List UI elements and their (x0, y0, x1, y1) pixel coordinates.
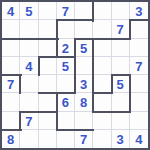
jigsaw-sudoku-board: 45737254577356878734 (0, 0, 150, 150)
cell-r2c5[interactable] (75, 20, 93, 38)
cell-r7c2[interactable]: 7 (20, 112, 38, 130)
cell-r1c4[interactable]: 7 (57, 2, 75, 20)
cell-r5c2[interactable] (20, 75, 38, 93)
cell-r6c7[interactable] (112, 93, 130, 111)
cell-r8c4[interactable] (57, 130, 75, 148)
cell-r6c3[interactable] (39, 93, 57, 111)
cell-r7c4[interactable] (57, 112, 75, 130)
cell-r4c5[interactable] (75, 57, 93, 75)
cell-r3c2[interactable] (20, 39, 38, 57)
given-digit-r4c2: 4 (25, 59, 32, 72)
cell-r5c1[interactable]: 7 (2, 75, 20, 93)
cell-r4c7[interactable] (112, 57, 130, 75)
cell-r3c4[interactable]: 2 (57, 39, 75, 57)
cell-r6c4[interactable]: 6 (57, 93, 75, 111)
cell-r1c3[interactable] (39, 2, 57, 20)
cell-r2c8[interactable] (130, 20, 148, 38)
cell-r4c6[interactable] (93, 57, 111, 75)
cell-r4c4[interactable]: 5 (57, 57, 75, 75)
cell-r6c6[interactable] (93, 93, 111, 111)
given-digit-r6c4: 6 (62, 96, 69, 109)
given-digit-r1c8: 3 (135, 5, 142, 18)
given-digit-r7c2: 7 (25, 114, 32, 127)
given-digit-r1c4: 7 (62, 5, 69, 18)
cell-r7c7[interactable] (112, 112, 130, 130)
cell-r4c3[interactable] (39, 57, 57, 75)
cell-r6c5[interactable]: 8 (75, 93, 93, 111)
cell-r2c6[interactable] (93, 20, 111, 38)
cell-r1c2[interactable]: 5 (20, 2, 38, 20)
cell-r3c6[interactable] (93, 39, 111, 57)
cell-r7c3[interactable] (39, 112, 57, 130)
cell-r8c3[interactable] (39, 130, 57, 148)
given-digit-r1c1: 4 (7, 5, 14, 18)
cell-r8c7[interactable]: 3 (112, 130, 130, 148)
cell-r7c5[interactable] (75, 112, 93, 130)
cell-r5c5[interactable]: 3 (75, 75, 93, 93)
cell-r3c5[interactable]: 5 (75, 39, 93, 57)
given-digit-r8c5: 7 (80, 133, 87, 146)
given-digit-r8c7: 3 (117, 133, 124, 146)
cell-r4c2[interactable]: 4 (20, 57, 38, 75)
cell-r1c1[interactable]: 4 (2, 2, 20, 20)
cell-r4c1[interactable] (2, 57, 20, 75)
cell-r1c8[interactable]: 3 (130, 2, 148, 20)
cell-r5c3[interactable] (39, 75, 57, 93)
cell-r3c1[interactable] (2, 39, 20, 57)
cell-r7c1[interactable] (2, 112, 20, 130)
cell-r2c1[interactable] (2, 20, 20, 38)
given-digit-r4c4: 5 (62, 59, 69, 72)
given-digit-r6c5: 8 (80, 96, 87, 109)
given-digit-r5c1: 7 (7, 78, 14, 91)
given-digit-r1c2: 5 (25, 5, 32, 18)
cell-r2c2[interactable] (20, 20, 38, 38)
given-digit-r5c5: 3 (80, 78, 87, 91)
cell-r6c8[interactable] (130, 93, 148, 111)
cell-r6c1[interactable] (2, 93, 20, 111)
cell-r8c1[interactable]: 8 (2, 130, 20, 148)
given-digit-r2c7: 7 (117, 23, 124, 36)
cell-r6c2[interactable] (20, 93, 38, 111)
given-digit-r5c7: 5 (117, 78, 124, 91)
cell-r4c8[interactable]: 7 (130, 57, 148, 75)
cell-r5c8[interactable] (130, 75, 148, 93)
given-digit-r8c8: 4 (135, 133, 142, 146)
cell-r7c8[interactable] (130, 112, 148, 130)
cell-r3c7[interactable] (112, 39, 130, 57)
cell-r8c5[interactable]: 7 (75, 130, 93, 148)
cell-r8c8[interactable]: 4 (130, 130, 148, 148)
cell-r1c5[interactable] (75, 2, 93, 20)
cell-r3c8[interactable] (130, 39, 148, 57)
cell-r5c6[interactable] (93, 75, 111, 93)
cell-r2c3[interactable] (39, 20, 57, 38)
cell-r8c6[interactable] (93, 130, 111, 148)
cell-r3c3[interactable] (39, 39, 57, 57)
cell-r1c7[interactable] (112, 2, 130, 20)
given-digit-r3c4: 2 (62, 41, 69, 54)
cell-r2c7[interactable]: 7 (112, 20, 130, 38)
cell-r5c4[interactable] (57, 75, 75, 93)
given-digit-r4c8: 7 (135, 59, 142, 72)
cell-r5c7[interactable]: 5 (112, 75, 130, 93)
given-digit-r3c5: 5 (80, 41, 87, 54)
cell-r1c6[interactable] (93, 2, 111, 20)
cell-r2c4[interactable] (57, 20, 75, 38)
cell-r8c2[interactable] (20, 130, 38, 148)
cell-r7c6[interactable] (93, 112, 111, 130)
given-digit-r8c1: 8 (7, 133, 14, 146)
